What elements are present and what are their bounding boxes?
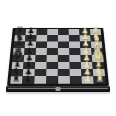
black-pawn-piece: ♟ (26, 46, 34, 54)
square-r5c1: ♚ (12, 55, 24, 62)
square-r7c5 (58, 69, 70, 76)
white-pawn-piece: ♟ (82, 46, 90, 54)
square-r4c4 (47, 48, 58, 55)
white-pawn-piece: ♟ (82, 33, 89, 41)
square-r7c1: ♞ (11, 69, 23, 76)
white-bishop-piece: ♝ (92, 37, 102, 48)
square-r8c8: ♜ (93, 76, 105, 84)
square-r8c7: ♟ (82, 76, 94, 84)
square-r6c4 (46, 62, 58, 69)
chess-board: ♜♟♟♜♞♟♟♞♝♟♟♝♛♟♟♛♚♟♟♚♝♟♟♝♞♟♟♞♜♟♟♜ (7, 28, 109, 86)
black-knight-piece: ♞ (12, 66, 21, 76)
square-r5c6 (69, 55, 81, 62)
square-r4c1: ♛ (13, 48, 25, 55)
white-knight-piece: ♞ (95, 66, 104, 76)
square-r7c6 (70, 69, 82, 76)
square-r4c8: ♛ (91, 48, 103, 55)
square-r4c6 (69, 48, 80, 55)
square-r4c2: ♟ (24, 48, 36, 55)
square-r6c6 (69, 62, 81, 69)
square-r5c2: ♟ (24, 55, 36, 62)
white-pawn-piece: ♟ (84, 75, 92, 84)
square-r5c5 (58, 55, 69, 62)
board-clasp (56, 87, 61, 91)
white-rook-piece: ♜ (92, 26, 100, 35)
square-r7c2: ♟ (23, 69, 35, 76)
board-side-edge (6, 86, 110, 92)
white-pawn-piece: ♟ (81, 27, 88, 35)
square-r6c2: ♟ (23, 62, 35, 69)
square-r8c4 (46, 76, 58, 84)
square-r7c8: ♞ (93, 69, 105, 76)
square-r5c4 (47, 55, 58, 62)
square-r6c8: ♝ (92, 62, 104, 69)
square-r5c7: ♟ (81, 55, 93, 62)
square-r6c5 (58, 62, 70, 69)
square-r5c8: ♚ (92, 55, 104, 62)
square-r7c3 (34, 69, 46, 76)
black-pawn-piece: ♟ (27, 33, 34, 41)
black-pawn-piece: ♟ (24, 75, 32, 84)
black-pawn-piece: ♟ (26, 53, 34, 62)
square-r8c2: ♟ (22, 76, 34, 84)
white-rook-piece: ♜ (95, 74, 104, 84)
black-rook-piece: ♜ (12, 74, 21, 84)
white-pawn-piece: ♟ (83, 67, 91, 76)
black-pawn-piece: ♟ (25, 60, 33, 69)
white-pawn-piece: ♟ (82, 40, 89, 48)
white-pawn-piece: ♟ (83, 60, 91, 69)
square-r8c3 (34, 76, 46, 84)
black-bishop-piece: ♝ (14, 37, 24, 48)
white-pawn-piece: ♟ (83, 53, 91, 62)
square-r8c6 (70, 76, 82, 84)
black-pawn-piece: ♟ (27, 27, 34, 35)
black-rook-piece: ♜ (16, 26, 24, 35)
square-r5c3 (35, 55, 47, 62)
square-r4c3 (35, 48, 46, 55)
square-r6c7: ♟ (81, 62, 93, 69)
square-r4c7: ♟ (80, 48, 92, 55)
square-r6c1: ♝ (12, 62, 24, 69)
chess-set-photo: ♜♟♟♜♞♟♟♞♝♟♟♝♛♟♟♛♚♟♟♚♝♟♟♝♞♟♟♞♜♟♟♜ (0, 0, 116, 116)
black-pawn-piece: ♟ (26, 40, 33, 48)
square-r7c4 (46, 69, 58, 76)
square-r8c1: ♜ (10, 76, 22, 84)
square-r7c7: ♟ (81, 69, 93, 76)
square-r6c3 (35, 62, 47, 69)
black-pawn-piece: ♟ (25, 67, 33, 76)
square-r4c5 (58, 48, 69, 55)
square-r8c5 (58, 76, 70, 84)
